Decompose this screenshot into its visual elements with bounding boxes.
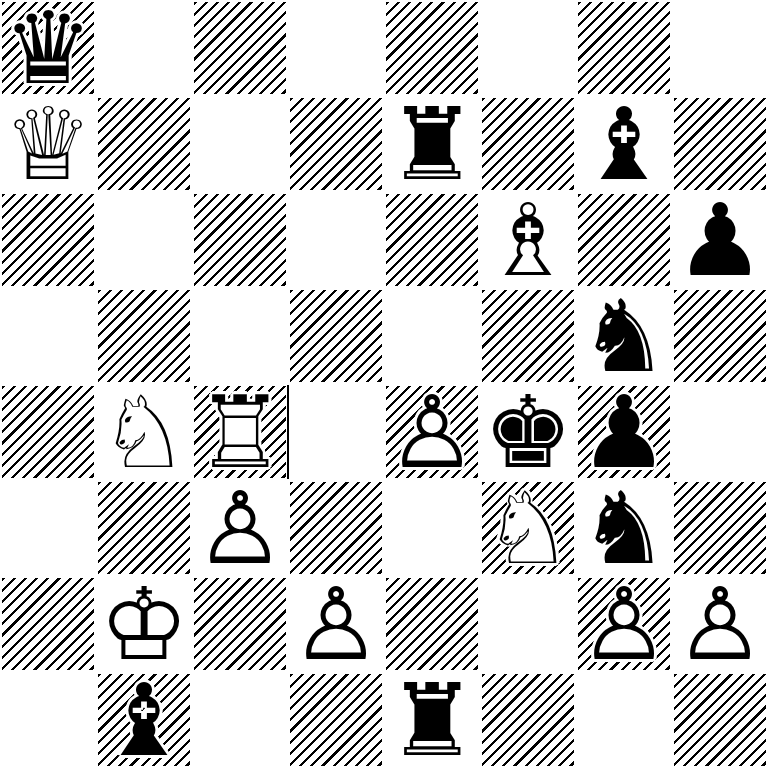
square-a7[interactable]: ♛♕	[0, 96, 96, 192]
square-b8[interactable]	[96, 0, 192, 96]
square-g7[interactable]: ♝	[576, 96, 672, 192]
piece-outline-layer: ♙	[192, 481, 288, 577]
piece-fill-layer: ♜	[384, 97, 480, 193]
piece-outline-layer: ♘	[480, 481, 576, 577]
piece-fill-layer: ♟	[576, 385, 672, 481]
black-rook-icon[interactable]: ♜	[384, 96, 480, 192]
square-f7[interactable]	[480, 96, 576, 192]
square-a6[interactable]	[0, 192, 96, 288]
piece-fill-layer: ♞	[576, 289, 672, 385]
square-c1[interactable]	[192, 672, 288, 768]
black-knight-icon[interactable]: ♞	[576, 288, 672, 384]
square-b5[interactable]	[96, 288, 192, 384]
square-d2[interactable]: ♟♙	[288, 576, 384, 672]
square-b4[interactable]: ♞♘	[96, 384, 192, 480]
stray-vertical-line	[287, 385, 289, 479]
square-e7[interactable]: ♜	[384, 96, 480, 192]
white-rook-icon[interactable]: ♜♖	[192, 384, 288, 480]
piece-outline-layer: ♔	[96, 577, 192, 673]
square-c3[interactable]: ♟♙	[192, 480, 288, 576]
square-g8[interactable]	[576, 0, 672, 96]
square-f5[interactable]	[480, 288, 576, 384]
square-h5[interactable]	[672, 288, 768, 384]
white-pawn-icon[interactable]: ♟♙	[288, 576, 384, 672]
square-f6[interactable]: ♝♗	[480, 192, 576, 288]
square-d7[interactable]	[288, 96, 384, 192]
white-knight-icon[interactable]: ♞♘	[480, 480, 576, 576]
white-pawn-icon[interactable]: ♟♙	[576, 576, 672, 672]
square-e3[interactable]	[384, 480, 480, 576]
black-queen-icon[interactable]: ♛	[0, 0, 96, 96]
piece-fill-layer: ♟	[672, 193, 768, 289]
square-a5[interactable]	[0, 288, 96, 384]
square-a8[interactable]: ♛	[0, 0, 96, 96]
square-d4[interactable]	[288, 384, 384, 480]
square-h7[interactable]	[672, 96, 768, 192]
piece-outline-layer: ♙	[576, 577, 672, 673]
white-queen-icon[interactable]: ♛♕	[0, 96, 96, 192]
black-knight-icon[interactable]: ♞	[576, 480, 672, 576]
square-d5[interactable]	[288, 288, 384, 384]
square-d1[interactable]	[288, 672, 384, 768]
square-b3[interactable]	[96, 480, 192, 576]
square-c5[interactable]	[192, 288, 288, 384]
black-bishop-icon[interactable]: ♝	[96, 672, 192, 768]
piece-fill-layer: ♚	[480, 385, 576, 481]
piece-outline-layer: ♕	[0, 97, 96, 193]
white-pawn-icon[interactable]: ♟♙	[672, 576, 768, 672]
white-knight-icon[interactable]: ♞♘	[96, 384, 192, 480]
square-c4[interactable]: ♜♖	[192, 384, 288, 480]
square-a2[interactable]	[0, 576, 96, 672]
square-b6[interactable]	[96, 192, 192, 288]
square-a1[interactable]	[0, 672, 96, 768]
square-h1[interactable]	[672, 672, 768, 768]
square-g6[interactable]	[576, 192, 672, 288]
board-container: ♛♛♕♜♝♝♗♟♞♞♘♜♖♟♙♚♟♟♙♞♘♞♚♔♟♙♟♙♟♙♝♜	[0, 0, 768, 768]
piece-fill-layer: ♝	[96, 673, 192, 768]
square-h6[interactable]: ♟	[672, 192, 768, 288]
piece-outline-layer: ♙	[288, 577, 384, 673]
square-c7[interactable]	[192, 96, 288, 192]
square-f3[interactable]: ♞♘	[480, 480, 576, 576]
black-pawn-icon[interactable]: ♟	[672, 192, 768, 288]
piece-outline-layer: ♙	[384, 385, 480, 481]
piece-outline-layer: ♗	[480, 193, 576, 289]
square-d8[interactable]	[288, 0, 384, 96]
square-d3[interactable]	[288, 480, 384, 576]
square-a4[interactable]	[0, 384, 96, 480]
black-pawn-icon[interactable]: ♟	[576, 384, 672, 480]
white-king-icon[interactable]: ♚♔	[96, 576, 192, 672]
white-pawn-icon[interactable]: ♟♙	[384, 384, 480, 480]
piece-outline-layer: ♘	[96, 385, 192, 481]
square-e5[interactable]	[384, 288, 480, 384]
square-g4[interactable]: ♟	[576, 384, 672, 480]
square-c8[interactable]	[192, 0, 288, 96]
piece-fill-layer: ♜	[384, 673, 480, 768]
square-g2[interactable]: ♟♙	[576, 576, 672, 672]
white-pawn-icon[interactable]: ♟♙	[192, 480, 288, 576]
square-b2[interactable]: ♚♔	[96, 576, 192, 672]
black-rook-icon[interactable]: ♜	[384, 672, 480, 768]
square-b1[interactable]: ♝	[96, 672, 192, 768]
square-e1[interactable]: ♜	[384, 672, 480, 768]
square-g3[interactable]: ♞	[576, 480, 672, 576]
square-g1[interactable]	[576, 672, 672, 768]
square-c2[interactable]	[192, 576, 288, 672]
square-a3[interactable]	[0, 480, 96, 576]
square-b7[interactable]	[96, 96, 192, 192]
square-c6[interactable]	[192, 192, 288, 288]
square-e6[interactable]	[384, 192, 480, 288]
square-e2[interactable]	[384, 576, 480, 672]
piece-fill-layer: ♛	[0, 1, 96, 97]
square-h4[interactable]	[672, 384, 768, 480]
square-h8[interactable]	[672, 0, 768, 96]
piece-outline-layer: ♖	[192, 385, 288, 481]
white-bishop-icon[interactable]: ♝♗	[480, 192, 576, 288]
black-bishop-icon[interactable]: ♝	[576, 96, 672, 192]
square-d6[interactable]	[288, 192, 384, 288]
black-king-icon[interactable]: ♚	[480, 384, 576, 480]
square-e4[interactable]: ♟♙	[384, 384, 480, 480]
square-h3[interactable]	[672, 480, 768, 576]
square-f4[interactable]: ♚	[480, 384, 576, 480]
chess-board: ♛♛♕♜♝♝♗♟♞♞♘♜♖♟♙♚♟♟♙♞♘♞♚♔♟♙♟♙♟♙♝♜	[0, 0, 768, 768]
square-g5[interactable]: ♞	[576, 288, 672, 384]
square-f8[interactable]	[480, 0, 576, 96]
piece-fill-layer: ♞	[576, 481, 672, 577]
square-f2[interactable]	[480, 576, 576, 672]
square-h2[interactable]: ♟♙	[672, 576, 768, 672]
square-e8[interactable]	[384, 0, 480, 96]
square-f1[interactable]	[480, 672, 576, 768]
piece-fill-layer: ♝	[576, 97, 672, 193]
piece-outline-layer: ♙	[672, 577, 768, 673]
